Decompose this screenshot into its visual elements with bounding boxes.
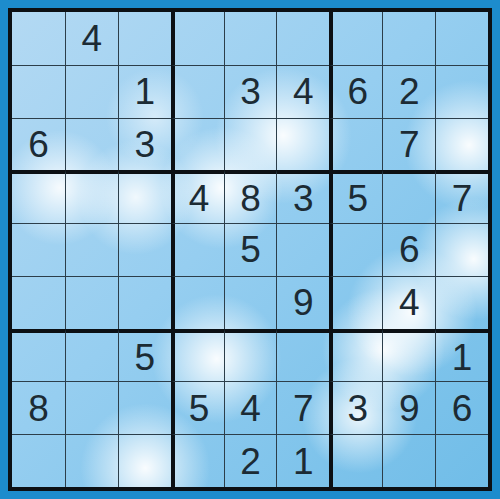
cell-r2c6[interactable]: 4	[276, 65, 329, 118]
cell-r6c8[interactable]: 4	[382, 276, 435, 329]
cell-r5c6[interactable]	[276, 223, 329, 276]
cell-r3c2[interactable]	[65, 118, 118, 171]
cell-r8c8[interactable]: 9	[382, 381, 435, 434]
cell-r3c1[interactable]: 6	[12, 118, 65, 171]
cell-r3c5[interactable]	[224, 118, 277, 171]
cell-r4c1[interactable]	[12, 170, 65, 223]
cell-r2c2[interactable]	[65, 65, 118, 118]
board-frame: 41346263748357569451854739621	[0, 0, 500, 499]
cell-r3c4[interactable]	[171, 118, 224, 171]
cell-r5c5[interactable]: 5	[224, 223, 277, 276]
cell-r5c9[interactable]	[435, 223, 488, 276]
cell-r9c9[interactable]	[435, 434, 488, 487]
cell-r9c5[interactable]: 2	[224, 434, 277, 487]
cell-r3c9[interactable]	[435, 118, 488, 171]
cell-r4c3[interactable]	[118, 170, 171, 223]
cell-r3c6[interactable]	[276, 118, 329, 171]
cell-r2c5[interactable]: 3	[224, 65, 277, 118]
cell-r6c3[interactable]	[118, 276, 171, 329]
cell-r6c2[interactable]	[65, 276, 118, 329]
cell-r3c3[interactable]: 3	[118, 118, 171, 171]
cell-r9c8[interactable]	[382, 434, 435, 487]
cell-r9c3[interactable]	[118, 434, 171, 487]
cell-r5c8[interactable]: 6	[382, 223, 435, 276]
cell-r9c4[interactable]	[171, 434, 224, 487]
cell-r1c7[interactable]	[329, 12, 382, 65]
cell-r2c9[interactable]	[435, 65, 488, 118]
cell-r9c6[interactable]: 1	[276, 434, 329, 487]
cell-r4c7[interactable]: 5	[329, 170, 382, 223]
cell-r9c1[interactable]	[12, 434, 65, 487]
cell-r2c4[interactable]	[171, 65, 224, 118]
cell-r7c2[interactable]	[65, 329, 118, 382]
cell-r2c1[interactable]	[12, 65, 65, 118]
cell-r7c5[interactable]	[224, 329, 277, 382]
cell-r9c2[interactable]	[65, 434, 118, 487]
cell-r2c7[interactable]: 6	[329, 65, 382, 118]
cell-r8c6[interactable]: 7	[276, 381, 329, 434]
sudoku-board: 41346263748357569451854739621	[8, 8, 492, 491]
cell-r7c8[interactable]	[382, 329, 435, 382]
cell-r7c1[interactable]	[12, 329, 65, 382]
cell-r8c2[interactable]	[65, 381, 118, 434]
cell-r8c7[interactable]: 3	[329, 381, 382, 434]
sudoku-grid: 41346263748357569451854739621	[12, 12, 488, 487]
cell-r8c9[interactable]: 6	[435, 381, 488, 434]
cell-r6c5[interactable]	[224, 276, 277, 329]
cell-r7c4[interactable]	[171, 329, 224, 382]
cell-r3c7[interactable]	[329, 118, 382, 171]
cell-r4c5[interactable]: 8	[224, 170, 277, 223]
cell-r5c1[interactable]	[12, 223, 65, 276]
cell-r5c7[interactable]	[329, 223, 382, 276]
cell-r6c7[interactable]	[329, 276, 382, 329]
cell-r8c1[interactable]: 8	[12, 381, 65, 434]
cell-r4c9[interactable]: 7	[435, 170, 488, 223]
cell-r8c3[interactable]	[118, 381, 171, 434]
cell-r4c8[interactable]	[382, 170, 435, 223]
cell-r8c4[interactable]: 5	[171, 381, 224, 434]
cell-r1c5[interactable]	[224, 12, 277, 65]
cell-r1c8[interactable]	[382, 12, 435, 65]
cell-r7c6[interactable]	[276, 329, 329, 382]
cell-r2c3[interactable]: 1	[118, 65, 171, 118]
cell-r1c3[interactable]	[118, 12, 171, 65]
cell-r8c5[interactable]: 4	[224, 381, 277, 434]
cell-r7c3[interactable]: 5	[118, 329, 171, 382]
cell-r1c1[interactable]	[12, 12, 65, 65]
cell-r1c6[interactable]	[276, 12, 329, 65]
cell-r1c4[interactable]	[171, 12, 224, 65]
cell-r7c9[interactable]: 1	[435, 329, 488, 382]
cell-r7c7[interactable]	[329, 329, 382, 382]
cell-r1c9[interactable]	[435, 12, 488, 65]
cell-r5c2[interactable]	[65, 223, 118, 276]
cell-r4c4[interactable]: 4	[171, 170, 224, 223]
cell-r2c8[interactable]: 2	[382, 65, 435, 118]
cell-r4c6[interactable]: 3	[276, 170, 329, 223]
cell-r5c3[interactable]	[118, 223, 171, 276]
cell-r9c7[interactable]	[329, 434, 382, 487]
cell-r5c4[interactable]	[171, 223, 224, 276]
cell-r6c6[interactable]: 9	[276, 276, 329, 329]
cell-r4c2[interactable]	[65, 170, 118, 223]
cell-r3c8[interactable]: 7	[382, 118, 435, 171]
cell-r6c9[interactable]	[435, 276, 488, 329]
cell-r6c4[interactable]	[171, 276, 224, 329]
cell-r1c2[interactable]: 4	[65, 12, 118, 65]
cell-r6c1[interactable]	[12, 276, 65, 329]
